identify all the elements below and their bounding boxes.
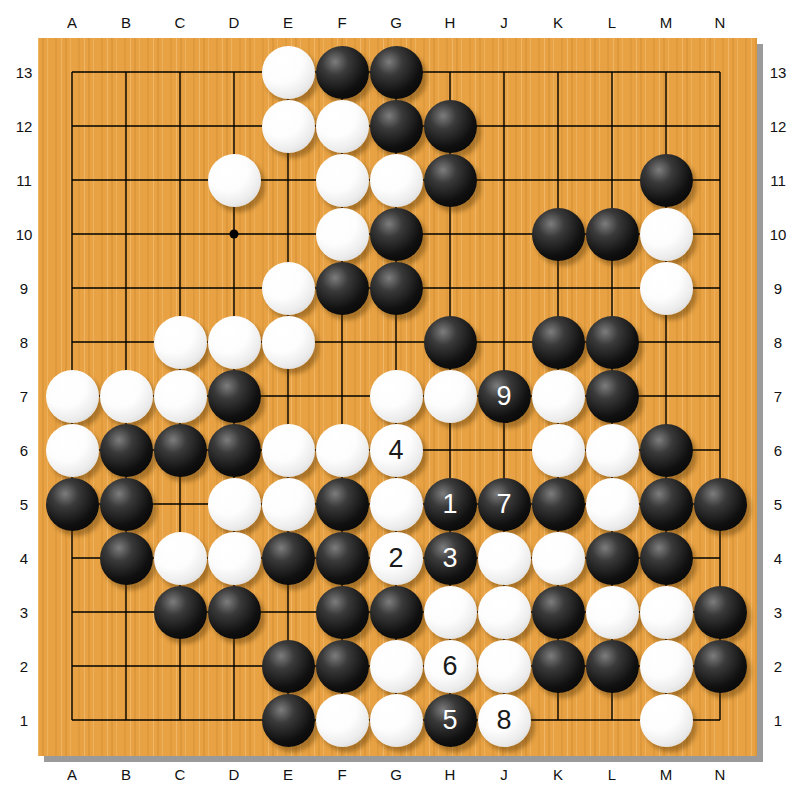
black-stone-D3 bbox=[207, 585, 261, 639]
stone-glyph-L3 bbox=[586, 586, 639, 639]
stone-glyph-N3 bbox=[694, 586, 747, 639]
intersection-B1[interactable] bbox=[99, 693, 153, 747]
stone-glyph-H2: 6 bbox=[424, 640, 477, 693]
col-label-top-B: B bbox=[121, 14, 131, 31]
row-label-left-9: 9 bbox=[20, 280, 28, 297]
col-label-bottom-B: B bbox=[121, 766, 131, 783]
white-stone-G7 bbox=[369, 369, 423, 423]
white-stone-D4 bbox=[207, 531, 261, 585]
stone-glyph-K8 bbox=[532, 316, 585, 369]
intersection-B9[interactable] bbox=[99, 261, 153, 315]
stone-glyph-F3 bbox=[316, 586, 369, 639]
white-stone-B7 bbox=[99, 369, 153, 423]
row-label-right-2: 2 bbox=[774, 658, 782, 675]
black-stone-E4 bbox=[261, 531, 315, 585]
intersection-A10[interactable] bbox=[45, 207, 99, 261]
white-stone-D11 bbox=[207, 153, 261, 207]
intersection-C5[interactable] bbox=[153, 477, 207, 531]
intersection-E3[interactable] bbox=[261, 585, 315, 639]
stone-glyph-M5 bbox=[640, 478, 693, 531]
intersection-M7[interactable] bbox=[639, 369, 693, 423]
stone-glyph-N2 bbox=[694, 640, 747, 693]
intersection-C9[interactable] bbox=[153, 261, 207, 315]
black-stone-B6 bbox=[99, 423, 153, 477]
black-stone-K8 bbox=[531, 315, 585, 369]
intersection-D1[interactable] bbox=[207, 693, 261, 747]
black-stone-B4 bbox=[99, 531, 153, 585]
white-stone-K4 bbox=[531, 531, 585, 585]
intersection-B13[interactable] bbox=[99, 45, 153, 99]
stone-glyph-L6 bbox=[586, 424, 639, 477]
intersection-D9[interactable] bbox=[207, 261, 261, 315]
intersection-N12[interactable] bbox=[693, 99, 747, 153]
stone-glyph-L10 bbox=[586, 208, 639, 261]
intersection-N10[interactable] bbox=[693, 207, 747, 261]
stone-glyph-D6 bbox=[208, 424, 261, 477]
stone-glyph-M2 bbox=[640, 640, 693, 693]
stone-glyph-B5 bbox=[100, 478, 153, 531]
row-label-left-8: 8 bbox=[20, 334, 28, 351]
stone-glyph-D11 bbox=[208, 154, 261, 207]
row-label-left-3: 3 bbox=[20, 604, 28, 621]
intersection-G8[interactable] bbox=[369, 315, 423, 369]
intersection-A2[interactable] bbox=[45, 639, 99, 693]
col-label-bottom-D: D bbox=[229, 766, 240, 783]
black-stone-B5 bbox=[99, 477, 153, 531]
intersection-L9[interactable] bbox=[585, 261, 639, 315]
black-stone-J7: 9 bbox=[477, 369, 531, 423]
white-stone-M1 bbox=[639, 693, 693, 747]
stone-glyph-C6 bbox=[154, 424, 207, 477]
intersection-C13[interactable] bbox=[153, 45, 207, 99]
col-label-top-C: C bbox=[175, 14, 186, 31]
intersection-H9[interactable] bbox=[423, 261, 477, 315]
row-label-right-1: 1 bbox=[774, 712, 782, 729]
stone-glyph-A6 bbox=[46, 424, 99, 477]
stone-glyph-E2 bbox=[262, 640, 315, 693]
stone-glyph-E4 bbox=[262, 532, 315, 585]
intersection-A12[interactable] bbox=[45, 99, 99, 153]
row-label-left-12: 12 bbox=[16, 118, 33, 135]
stone-glyph-D3 bbox=[208, 586, 261, 639]
stone-glyph-H8 bbox=[424, 316, 477, 369]
stone-glyph-M1 bbox=[640, 694, 693, 747]
stone-glyph-G13 bbox=[370, 46, 423, 99]
white-stone-E6 bbox=[261, 423, 315, 477]
white-stone-F12 bbox=[315, 99, 369, 153]
intersection-F7[interactable] bbox=[315, 369, 369, 423]
row-label-right-8: 8 bbox=[774, 334, 782, 351]
stone-glyph-J3 bbox=[478, 586, 531, 639]
stone-glyph-E8 bbox=[262, 316, 315, 369]
stone-glyph-L4 bbox=[586, 532, 639, 585]
intersection-L1[interactable] bbox=[585, 693, 639, 747]
row-label-right-10: 10 bbox=[770, 226, 787, 243]
stone-glyph-D5 bbox=[208, 478, 261, 531]
black-stone-L2 bbox=[585, 639, 639, 693]
stone-glyph-M9 bbox=[640, 262, 693, 315]
white-stone-J2 bbox=[477, 639, 531, 693]
white-stone-G6: 4 bbox=[369, 423, 423, 477]
go-board: 941723658 bbox=[38, 38, 757, 756]
stone-glyph-G9 bbox=[370, 262, 423, 315]
col-label-bottom-J: J bbox=[500, 766, 508, 783]
intersection-A4[interactable] bbox=[45, 531, 99, 585]
stone-glyph-F5 bbox=[316, 478, 369, 531]
row-label-left-13: 13 bbox=[16, 64, 33, 81]
intersection-F8[interactable] bbox=[315, 315, 369, 369]
black-stone-G12 bbox=[369, 99, 423, 153]
black-stone-K2 bbox=[531, 639, 585, 693]
intersection-N9[interactable] bbox=[693, 261, 747, 315]
black-stone-L4 bbox=[585, 531, 639, 585]
white-stone-J3 bbox=[477, 585, 531, 639]
col-label-bottom-N: N bbox=[715, 766, 726, 783]
white-stone-E8 bbox=[261, 315, 315, 369]
col-label-bottom-F: F bbox=[337, 766, 346, 783]
black-stone-K10 bbox=[531, 207, 585, 261]
stone-glyph-G5 bbox=[370, 478, 423, 531]
black-stone-M6 bbox=[639, 423, 693, 477]
stone-glyph-F9 bbox=[316, 262, 369, 315]
black-stone-G10 bbox=[369, 207, 423, 261]
row-label-left-4: 4 bbox=[20, 550, 28, 567]
intersection-B8[interactable] bbox=[99, 315, 153, 369]
stone-glyph-H3 bbox=[424, 586, 477, 639]
col-label-top-N: N bbox=[715, 14, 726, 31]
col-label-bottom-E: E bbox=[283, 766, 293, 783]
intersection-A8[interactable] bbox=[45, 315, 99, 369]
intersection-J8[interactable] bbox=[477, 315, 531, 369]
stone-glyph-H12 bbox=[424, 100, 477, 153]
white-stone-F1 bbox=[315, 693, 369, 747]
stone-glyph-K6 bbox=[532, 424, 585, 477]
white-stone-M2 bbox=[639, 639, 693, 693]
row-label-left-2: 2 bbox=[20, 658, 28, 675]
white-stone-A7 bbox=[45, 369, 99, 423]
stone-glyph-N5 bbox=[694, 478, 747, 531]
white-stone-E9 bbox=[261, 261, 315, 315]
white-stone-L3 bbox=[585, 585, 639, 639]
stone-glyph-J5: 7 bbox=[478, 478, 531, 531]
stone-glyph-M11 bbox=[640, 154, 693, 207]
row-label-right-3: 3 bbox=[774, 604, 782, 621]
stone-glyph-L7 bbox=[586, 370, 639, 423]
row-label-left-7: 7 bbox=[20, 388, 28, 405]
intersection-C12[interactable] bbox=[153, 99, 207, 153]
stone-glyph-G12 bbox=[370, 100, 423, 153]
intersection-D2[interactable] bbox=[207, 639, 261, 693]
stone-glyph-F10 bbox=[316, 208, 369, 261]
intersection-J10[interactable] bbox=[477, 207, 531, 261]
row-label-right-6: 6 bbox=[774, 442, 782, 459]
intersection-C1[interactable] bbox=[153, 693, 207, 747]
intersection-N1[interactable] bbox=[693, 693, 747, 747]
white-stone-H7 bbox=[423, 369, 477, 423]
black-stone-J5: 7 bbox=[477, 477, 531, 531]
white-stone-A6 bbox=[45, 423, 99, 477]
white-stone-L6 bbox=[585, 423, 639, 477]
intersection-C10[interactable] bbox=[153, 207, 207, 261]
intersection-N8[interactable] bbox=[693, 315, 747, 369]
col-label-top-E: E bbox=[283, 14, 293, 31]
intersection-D12[interactable] bbox=[207, 99, 261, 153]
white-stone-J4 bbox=[477, 531, 531, 585]
stone-glyph-F2 bbox=[316, 640, 369, 693]
black-stone-C6 bbox=[153, 423, 207, 477]
stone-glyph-K2 bbox=[532, 640, 585, 693]
col-label-top-F: F bbox=[337, 14, 346, 31]
stone-glyph-D4 bbox=[208, 532, 261, 585]
black-stone-E1 bbox=[261, 693, 315, 747]
white-stone-H3 bbox=[423, 585, 477, 639]
intersection-M8[interactable] bbox=[639, 315, 693, 369]
intersection-N6[interactable] bbox=[693, 423, 747, 477]
intersection-A11[interactable] bbox=[45, 153, 99, 207]
black-stone-N5 bbox=[693, 477, 747, 531]
stone-glyph-K10 bbox=[532, 208, 585, 261]
intersection-J6[interactable] bbox=[477, 423, 531, 477]
black-stone-D6 bbox=[207, 423, 261, 477]
stone-glyph-J7: 9 bbox=[478, 370, 531, 423]
stone-glyph-G1 bbox=[370, 694, 423, 747]
stone-glyph-C3 bbox=[154, 586, 207, 639]
white-stone-G1 bbox=[369, 693, 423, 747]
white-stone-M10 bbox=[639, 207, 693, 261]
black-stone-K3 bbox=[531, 585, 585, 639]
intersection-K9[interactable] bbox=[531, 261, 585, 315]
white-stone-K6 bbox=[531, 423, 585, 477]
black-stone-M11 bbox=[639, 153, 693, 207]
stone-glyph-L5 bbox=[586, 478, 639, 531]
intersection-N4[interactable] bbox=[693, 531, 747, 585]
intersection-B11[interactable] bbox=[99, 153, 153, 207]
black-stone-H8 bbox=[423, 315, 477, 369]
intersection-K13[interactable] bbox=[531, 45, 585, 99]
black-stone-K5 bbox=[531, 477, 585, 531]
stone-glyph-L2 bbox=[586, 640, 639, 693]
stone-glyph-E5 bbox=[262, 478, 315, 531]
intersection-J9[interactable] bbox=[477, 261, 531, 315]
stone-glyph-K4 bbox=[532, 532, 585, 585]
black-stone-D7 bbox=[207, 369, 261, 423]
black-stone-L7 bbox=[585, 369, 639, 423]
col-label-top-H: H bbox=[445, 14, 456, 31]
intersection-C2[interactable] bbox=[153, 639, 207, 693]
stone-glyph-K3 bbox=[532, 586, 585, 639]
stone-glyph-C8 bbox=[154, 316, 207, 369]
stone-glyph-G4: 2 bbox=[370, 532, 423, 585]
intersection-H6[interactable] bbox=[423, 423, 477, 477]
intersection-K12[interactable] bbox=[531, 99, 585, 153]
stone-glyph-M6 bbox=[640, 424, 693, 477]
intersection-B12[interactable] bbox=[99, 99, 153, 153]
col-label-top-J: J bbox=[500, 14, 508, 31]
row-label-right-9: 9 bbox=[774, 280, 782, 297]
stone-glyph-E6 bbox=[262, 424, 315, 477]
intersection-C11[interactable] bbox=[153, 153, 207, 207]
white-stone-E5 bbox=[261, 477, 315, 531]
stone-glyph-C7 bbox=[154, 370, 207, 423]
white-stone-G4: 2 bbox=[369, 531, 423, 585]
black-stone-A5 bbox=[45, 477, 99, 531]
col-label-bottom-G: G bbox=[390, 766, 402, 783]
white-stone-E12 bbox=[261, 99, 315, 153]
row-label-right-7: 7 bbox=[774, 388, 782, 405]
stone-glyph-J4 bbox=[478, 532, 531, 585]
col-label-bottom-L: L bbox=[608, 766, 616, 783]
black-stone-F2 bbox=[315, 639, 369, 693]
intersection-A3[interactable] bbox=[45, 585, 99, 639]
col-label-bottom-A: A bbox=[67, 766, 77, 783]
stone-glyph-H7 bbox=[424, 370, 477, 423]
stones-grid: 941723658 bbox=[45, 45, 747, 747]
col-label-bottom-M: M bbox=[660, 766, 673, 783]
row-label-left-11: 11 bbox=[16, 172, 32, 189]
go-diagram-page: AABBCCDDEEFFGGHHJJKKLLMMNN13131212111110… bbox=[0, 0, 800, 800]
col-label-top-D: D bbox=[229, 14, 240, 31]
stone-glyph-D7 bbox=[208, 370, 261, 423]
intersection-N11[interactable] bbox=[693, 153, 747, 207]
row-label-right-13: 13 bbox=[770, 64, 787, 81]
stone-glyph-M4 bbox=[640, 532, 693, 585]
stone-glyph-F4 bbox=[316, 532, 369, 585]
black-stone-H1: 5 bbox=[423, 693, 477, 747]
white-stone-C7 bbox=[153, 369, 207, 423]
white-stone-D8 bbox=[207, 315, 261, 369]
black-stone-L8 bbox=[585, 315, 639, 369]
intersection-N7[interactable] bbox=[693, 369, 747, 423]
intersection-D13[interactable] bbox=[207, 45, 261, 99]
white-stone-G2 bbox=[369, 639, 423, 693]
intersection-M12[interactable] bbox=[639, 99, 693, 153]
white-stone-D5 bbox=[207, 477, 261, 531]
white-stone-G5 bbox=[369, 477, 423, 531]
intersection-B3[interactable] bbox=[99, 585, 153, 639]
intersection-A13[interactable] bbox=[45, 45, 99, 99]
stone-glyph-A5 bbox=[46, 478, 99, 531]
black-stone-G9 bbox=[369, 261, 423, 315]
intersection-H10[interactable] bbox=[423, 207, 477, 261]
stone-glyph-J1: 8 bbox=[478, 694, 531, 747]
intersection-H13[interactable] bbox=[423, 45, 477, 99]
stone-glyph-E12 bbox=[262, 100, 315, 153]
stone-glyph-F6 bbox=[316, 424, 369, 477]
black-stone-L10 bbox=[585, 207, 639, 261]
white-stone-H2: 6 bbox=[423, 639, 477, 693]
white-stone-M3 bbox=[639, 585, 693, 639]
row-label-right-4: 4 bbox=[774, 550, 782, 567]
col-label-bottom-H: H bbox=[445, 766, 456, 783]
col-label-bottom-C: C bbox=[175, 766, 186, 783]
intersection-J11[interactable] bbox=[477, 153, 531, 207]
white-stone-F11 bbox=[315, 153, 369, 207]
stone-glyph-A7 bbox=[46, 370, 99, 423]
col-label-top-A: A bbox=[67, 14, 77, 31]
white-stone-C8 bbox=[153, 315, 207, 369]
stone-glyph-M3 bbox=[640, 586, 693, 639]
row-label-left-10: 10 bbox=[16, 226, 33, 243]
intersection-E7[interactable] bbox=[261, 369, 315, 423]
stone-glyph-K5 bbox=[532, 478, 585, 531]
col-label-top-G: G bbox=[390, 14, 402, 31]
white-stone-M9 bbox=[639, 261, 693, 315]
intersection-K1[interactable] bbox=[531, 693, 585, 747]
intersection-A1[interactable] bbox=[45, 693, 99, 747]
intersection-E10[interactable] bbox=[261, 207, 315, 261]
black-stone-F3 bbox=[315, 585, 369, 639]
stone-glyph-G2 bbox=[370, 640, 423, 693]
stone-glyph-J2 bbox=[478, 640, 531, 693]
stone-glyph-K7 bbox=[532, 370, 585, 423]
stone-glyph-H4: 3 bbox=[424, 532, 477, 585]
col-label-top-K: K bbox=[553, 14, 563, 31]
stone-glyph-D8 bbox=[208, 316, 261, 369]
col-label-top-L: L bbox=[608, 14, 616, 31]
white-stone-C4 bbox=[153, 531, 207, 585]
intersection-J13[interactable] bbox=[477, 45, 531, 99]
row-label-right-5: 5 bbox=[774, 496, 782, 513]
intersection-J12[interactable] bbox=[477, 99, 531, 153]
black-stone-G3 bbox=[369, 585, 423, 639]
intersection-D10[interactable] bbox=[207, 207, 261, 261]
black-stone-N3 bbox=[693, 585, 747, 639]
stone-glyph-E9 bbox=[262, 262, 315, 315]
black-stone-H11 bbox=[423, 153, 477, 207]
stone-glyph-G11 bbox=[370, 154, 423, 207]
stone-glyph-E1 bbox=[262, 694, 315, 747]
black-stone-H5: 1 bbox=[423, 477, 477, 531]
white-stone-F6 bbox=[315, 423, 369, 477]
row-label-right-11: 11 bbox=[770, 172, 786, 189]
black-stone-C3 bbox=[153, 585, 207, 639]
white-stone-F10 bbox=[315, 207, 369, 261]
intersection-E11[interactable] bbox=[261, 153, 315, 207]
intersection-B10[interactable] bbox=[99, 207, 153, 261]
white-stone-J1: 8 bbox=[477, 693, 531, 747]
black-stone-G13 bbox=[369, 45, 423, 99]
stone-glyph-G7 bbox=[370, 370, 423, 423]
intersection-N13[interactable] bbox=[693, 45, 747, 99]
row-label-left-5: 5 bbox=[20, 496, 28, 513]
intersection-L11[interactable] bbox=[585, 153, 639, 207]
intersection-B2[interactable] bbox=[99, 639, 153, 693]
stone-glyph-H1: 5 bbox=[424, 694, 477, 747]
col-label-top-M: M bbox=[660, 14, 673, 31]
intersection-L12[interactable] bbox=[585, 99, 639, 153]
intersection-L13[interactable] bbox=[585, 45, 639, 99]
intersection-K11[interactable] bbox=[531, 153, 585, 207]
white-stone-G11 bbox=[369, 153, 423, 207]
black-stone-E2 bbox=[261, 639, 315, 693]
intersection-M13[interactable] bbox=[639, 45, 693, 99]
black-stone-H4: 3 bbox=[423, 531, 477, 585]
stone-glyph-C4 bbox=[154, 532, 207, 585]
black-stone-M5 bbox=[639, 477, 693, 531]
stone-glyph-F11 bbox=[316, 154, 369, 207]
stone-glyph-E13 bbox=[262, 46, 315, 99]
stone-glyph-L8 bbox=[586, 316, 639, 369]
stone-glyph-G10 bbox=[370, 208, 423, 261]
stone-glyph-F1 bbox=[316, 694, 369, 747]
stone-glyph-H5: 1 bbox=[424, 478, 477, 531]
black-stone-F4 bbox=[315, 531, 369, 585]
intersection-A9[interactable] bbox=[45, 261, 99, 315]
black-stone-H12 bbox=[423, 99, 477, 153]
row-label-left-1: 1 bbox=[20, 712, 28, 729]
white-stone-K7 bbox=[531, 369, 585, 423]
stone-glyph-F13 bbox=[316, 46, 369, 99]
